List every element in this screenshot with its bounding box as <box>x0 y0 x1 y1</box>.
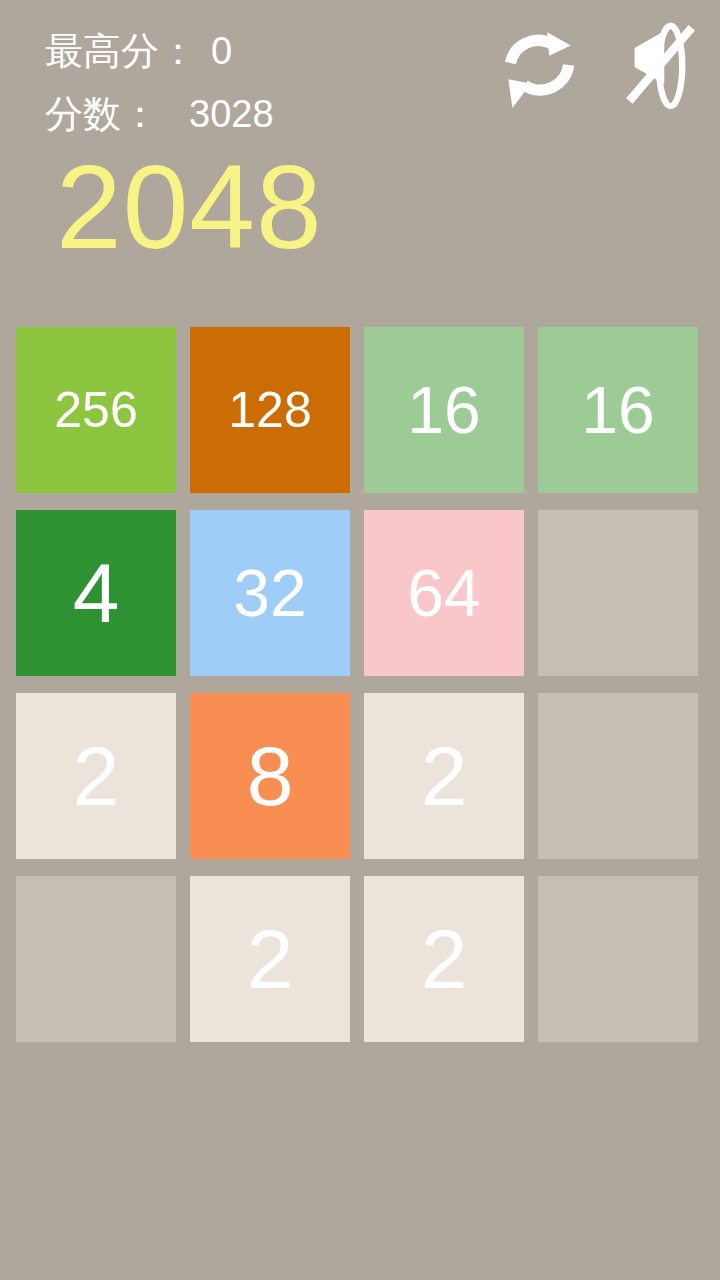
sound-muted-icon <box>624 18 696 116</box>
restart-button[interactable] <box>500 20 578 112</box>
score-label: 分数： <box>45 83 159 146</box>
tile-4: 4 <box>16 510 176 676</box>
tile-2: 2 <box>16 693 176 859</box>
score-value: 3028 <box>189 83 274 146</box>
game-board[interactable]: 25612816164326428222 <box>16 327 698 1042</box>
tile-64: 64 <box>364 510 524 676</box>
tile-2: 2 <box>364 876 524 1042</box>
current-score-line: 分数： 3028 <box>45 83 274 146</box>
tile-2: 2 <box>190 876 350 1042</box>
empty-cell <box>16 876 176 1042</box>
sound-toggle-button[interactable] <box>624 18 696 116</box>
empty-cell <box>538 510 698 676</box>
empty-cell <box>538 693 698 859</box>
best-score-label: 最高分： <box>45 20 197 83</box>
game-title: 2048 <box>56 148 323 266</box>
tile-16: 16 <box>538 327 698 493</box>
tile-128: 128 <box>190 327 350 493</box>
tile-8: 8 <box>190 693 350 859</box>
best-score-line: 最高分： 0 <box>45 20 274 83</box>
tile-256: 256 <box>16 327 176 493</box>
empty-cell <box>538 876 698 1042</box>
score-panel: 最高分： 0 分数： 3028 <box>45 20 274 146</box>
tile-32: 32 <box>190 510 350 676</box>
best-score-value: 0 <box>211 20 232 83</box>
app-root: 最高分： 0 分数： 3028 2048 2561281616432642822… <box>0 0 720 1280</box>
tile-16: 16 <box>364 327 524 493</box>
refresh-icon <box>500 20 578 112</box>
tile-2: 2 <box>364 693 524 859</box>
